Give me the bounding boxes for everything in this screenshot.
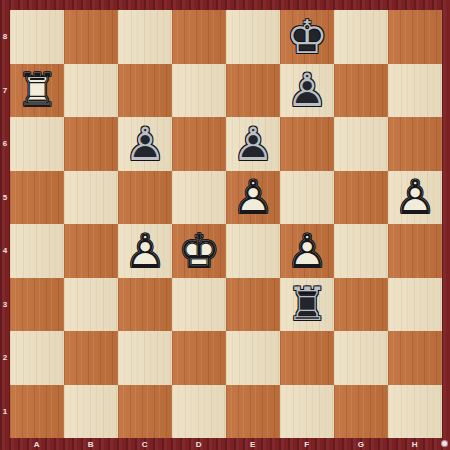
square-a6[interactable] [10, 117, 64, 171]
square-g5[interactable] [334, 171, 388, 225]
square-e6[interactable]: ♟♙ [226, 117, 280, 171]
square-h4[interactable] [388, 224, 442, 278]
square-d4[interactable]: ♚♔ [172, 224, 226, 278]
square-b4[interactable] [64, 224, 118, 278]
rank-label-1: 1 [0, 385, 10, 439]
pawn-glyph-outline: ♙ [388, 171, 442, 225]
rank-label-7: 7 [0, 64, 10, 118]
file-label-c: C [118, 438, 172, 450]
square-b6[interactable] [64, 117, 118, 171]
square-e1[interactable] [226, 385, 280, 439]
square-b2[interactable] [64, 331, 118, 385]
file-label-b: B [64, 438, 118, 450]
square-b5[interactable] [64, 171, 118, 225]
file-label-f: F [280, 438, 334, 450]
square-a4[interactable] [10, 224, 64, 278]
pawn-glyph-outline: ♙ [280, 64, 334, 118]
square-d6[interactable] [172, 117, 226, 171]
square-f1[interactable] [280, 385, 334, 439]
piece-white-king-d4[interactable]: ♚♔ [172, 224, 226, 278]
file-label-d: D [172, 438, 226, 450]
square-h2[interactable] [388, 331, 442, 385]
square-f8[interactable]: ♚♔ [280, 10, 334, 64]
piece-white-pawn-f4[interactable]: ♟♙ [280, 224, 334, 278]
square-g7[interactable] [334, 64, 388, 118]
square-b1[interactable] [64, 385, 118, 439]
file-label-g: G [334, 438, 388, 450]
square-d1[interactable] [172, 385, 226, 439]
square-h6[interactable] [388, 117, 442, 171]
piece-black-king-f8[interactable]: ♚♔ [280, 10, 334, 64]
square-f5[interactable] [280, 171, 334, 225]
square-d7[interactable] [172, 64, 226, 118]
square-h3[interactable] [388, 278, 442, 332]
square-g4[interactable] [334, 224, 388, 278]
piece-white-pawn-h5[interactable]: ♟♙ [388, 171, 442, 225]
square-e5[interactable]: ♟♙ [226, 171, 280, 225]
piece-black-pawn-f7[interactable]: ♟♙ [280, 64, 334, 118]
square-h7[interactable] [388, 64, 442, 118]
rook-glyph-outline: ♖ [280, 278, 334, 332]
square-g1[interactable] [334, 385, 388, 439]
square-c3[interactable] [118, 278, 172, 332]
file-label-e: E [226, 438, 280, 450]
file-label-a: A [10, 438, 64, 450]
pawn-glyph-outline: ♙ [226, 117, 280, 171]
pawn-glyph-outline: ♙ [118, 117, 172, 171]
square-e3[interactable] [226, 278, 280, 332]
rank-label-6: 6 [0, 117, 10, 171]
square-h8[interactable] [388, 10, 442, 64]
king-glyph-outline: ♔ [280, 10, 334, 64]
rank-label-5: 5 [0, 171, 10, 225]
square-g6[interactable] [334, 117, 388, 171]
square-e4[interactable] [226, 224, 280, 278]
square-g3[interactable] [334, 278, 388, 332]
square-b7[interactable] [64, 64, 118, 118]
square-d5[interactable] [172, 171, 226, 225]
pawn-glyph-outline: ♙ [226, 171, 280, 225]
square-e8[interactable] [226, 10, 280, 64]
square-b8[interactable] [64, 10, 118, 64]
pawn-glyph-outline: ♙ [280, 224, 334, 278]
king-glyph-outline: ♔ [172, 224, 226, 278]
rank-label-4: 4 [0, 224, 10, 278]
piece-white-pawn-e5[interactable]: ♟♙ [226, 171, 280, 225]
file-label-h: H [388, 438, 442, 450]
square-a1[interactable] [10, 385, 64, 439]
rank-label-3: 3 [0, 278, 10, 332]
square-h5[interactable]: ♟♙ [388, 171, 442, 225]
piece-black-rook-f3[interactable]: ♜♖ [280, 278, 334, 332]
chessboard: ♚♔♜♖♟♙♟♙♟♙♟♙♟♙♟♙♚♔♟♙♜♖ [10, 10, 442, 438]
square-d8[interactable] [172, 10, 226, 64]
square-a2[interactable] [10, 331, 64, 385]
square-g8[interactable] [334, 10, 388, 64]
piece-black-pawn-c6[interactable]: ♟♙ [118, 117, 172, 171]
square-c6[interactable]: ♟♙ [118, 117, 172, 171]
square-e2[interactable] [226, 331, 280, 385]
square-a5[interactable] [10, 171, 64, 225]
chessboard-frame: ♚♔♜♖♟♙♟♙♟♙♟♙♟♙♟♙♚♔♟♙♜♖ 87654321 ABCDEFGH [0, 0, 450, 450]
pawn-glyph-outline: ♙ [118, 224, 172, 278]
square-e7[interactable] [226, 64, 280, 118]
square-a7[interactable]: ♜♖ [10, 64, 64, 118]
piece-white-pawn-c4[interactable]: ♟♙ [118, 224, 172, 278]
square-d2[interactable] [172, 331, 226, 385]
square-f3[interactable]: ♜♖ [280, 278, 334, 332]
piece-black-pawn-e6[interactable]: ♟♙ [226, 117, 280, 171]
square-g2[interactable] [334, 331, 388, 385]
square-b3[interactable] [64, 278, 118, 332]
square-f6[interactable] [280, 117, 334, 171]
square-c7[interactable] [118, 64, 172, 118]
piece-white-rook-a7[interactable]: ♜♖ [10, 64, 64, 118]
white-to-move-indicator [441, 440, 448, 447]
square-c8[interactable] [118, 10, 172, 64]
square-c2[interactable] [118, 331, 172, 385]
square-c5[interactable] [118, 171, 172, 225]
rook-glyph-outline: ♖ [10, 64, 64, 118]
square-c4[interactable]: ♟♙ [118, 224, 172, 278]
square-a8[interactable] [10, 10, 64, 64]
rank-label-2: 2 [0, 331, 10, 385]
rank-label-8: 8 [0, 10, 10, 64]
square-f4[interactable]: ♟♙ [280, 224, 334, 278]
square-h1[interactable] [388, 385, 442, 439]
square-f2[interactable] [280, 331, 334, 385]
square-f7[interactable]: ♟♙ [280, 64, 334, 118]
square-d3[interactable] [172, 278, 226, 332]
square-a3[interactable] [10, 278, 64, 332]
square-c1[interactable] [118, 385, 172, 439]
